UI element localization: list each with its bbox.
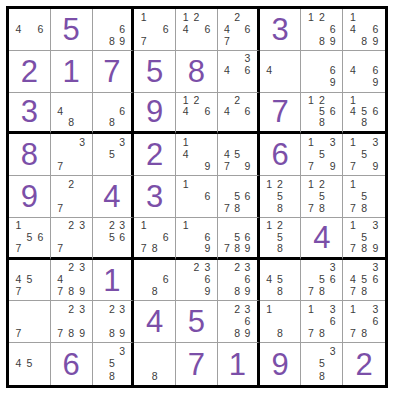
- candidate-5: 5: [232, 148, 242, 160]
- cell-r4c2[interactable]: 37: [51, 134, 93, 176]
- candidate-8: 8: [107, 370, 117, 382]
- candidate-6: 6: [242, 190, 252, 202]
- candidate-4: 4: [222, 148, 232, 160]
- cell-r5c6[interactable]: 5678: [218, 176, 260, 218]
- cell-r5c3[interactable]: 4: [93, 176, 135, 218]
- solved-digit: 7: [103, 56, 120, 87]
- candidate-1: 1: [347, 178, 358, 190]
- cell-r5c5[interactable]: 16: [176, 176, 218, 218]
- candidate-9: 9: [202, 286, 213, 298]
- candidate-6: 6: [327, 274, 338, 286]
- candidate-4: 4: [222, 65, 232, 77]
- candidate-5: 5: [275, 274, 286, 286]
- cell-r4c4[interactable]: 2: [134, 134, 176, 176]
- pencil-marks: 2369: [180, 262, 213, 298]
- candidate-3: 3: [117, 345, 127, 357]
- solved-digit: 5: [188, 306, 205, 337]
- candidate-3: 3: [242, 303, 252, 315]
- pencil-marks: 1678: [138, 220, 171, 254]
- pencil-marks: 13579: [347, 136, 381, 172]
- candidate-5: 5: [232, 190, 242, 202]
- pencil-marks: 12568: [305, 95, 338, 129]
- cell-r5c9[interactable]: 1578: [343, 176, 385, 218]
- candidate-1: 1: [347, 11, 358, 23]
- candidate-7: 7: [222, 35, 232, 47]
- candidate-7: 7: [13, 327, 24, 339]
- candidate-2: 2: [316, 95, 327, 106]
- candidate-6: 6: [242, 274, 252, 286]
- solved-digit: 9: [271, 349, 288, 380]
- cell-r4c7[interactable]: 6: [260, 134, 302, 176]
- pencil-marks: 358: [97, 345, 128, 382]
- candidate-8: 8: [358, 242, 369, 253]
- cell-r2c8[interactable]: 69: [301, 51, 343, 93]
- candidate-8: 8: [316, 117, 327, 128]
- candidate-4: 4: [264, 65, 275, 77]
- cell-r8c9[interactable]: 13678: [343, 301, 385, 343]
- candidate-2: 2: [275, 178, 286, 190]
- pencil-marks: 169: [180, 220, 213, 254]
- cell-r1c7[interactable]: 3: [260, 9, 302, 51]
- candidate-4: 4: [347, 106, 358, 117]
- candidate-6: 6: [242, 65, 252, 77]
- pencil-marks: 8: [138, 345, 171, 382]
- candidate-4: 4: [264, 274, 275, 286]
- solved-digit: 4: [313, 222, 330, 253]
- candidate-3: 3: [117, 303, 127, 315]
- cell-r9c5[interactable]: 7: [176, 343, 218, 385]
- candidate-4: 4: [13, 274, 24, 286]
- cell-r7c3[interactable]: 1: [93, 260, 135, 302]
- solved-digit: 2: [355, 349, 372, 380]
- candidate-7: 7: [222, 202, 232, 214]
- candidate-2: 2: [66, 303, 77, 315]
- candidate-8: 8: [232, 242, 242, 253]
- pencil-marks: 4: [264, 53, 297, 89]
- cell-r3c3[interactable]: 68: [93, 93, 135, 135]
- cell-r6c6[interactable]: 56789: [218, 218, 260, 260]
- solved-digit: 5: [63, 14, 80, 45]
- pencil-marks: 35: [97, 136, 128, 172]
- candidate-3: 3: [242, 262, 252, 274]
- cell-r7c5[interactable]: 2369: [176, 260, 218, 302]
- candidate-3: 3: [327, 303, 338, 315]
- pencil-marks: 48: [55, 95, 88, 129]
- candidate-6: 6: [370, 23, 381, 35]
- candidate-5: 5: [358, 190, 369, 202]
- pencil-marks: 7: [13, 303, 46, 339]
- pencil-marks: 12578: [305, 178, 338, 214]
- candidate-3: 3: [242, 53, 252, 65]
- cell-r7c9[interactable]: 345678: [343, 260, 385, 302]
- candidate-4: 4: [13, 357, 24, 369]
- candidate-1: 1: [347, 220, 358, 231]
- cell-r3c6[interactable]: 246: [218, 93, 260, 135]
- candidate-7: 7: [305, 160, 316, 172]
- candidate-8: 8: [358, 35, 369, 47]
- candidate-1: 1: [138, 220, 149, 231]
- candidate-6: 6: [160, 231, 171, 242]
- candidate-9: 9: [327, 160, 338, 172]
- pencil-marks: 2467: [222, 11, 253, 47]
- candidate-7: 7: [347, 327, 358, 339]
- cell-r3c2[interactable]: 48: [51, 93, 93, 135]
- cell-r5c4[interactable]: 3: [134, 176, 176, 218]
- candidate-5: 5: [275, 190, 286, 202]
- cell-r7c8[interactable]: 35678: [301, 260, 343, 302]
- cell-r4c9[interactable]: 13579: [343, 134, 385, 176]
- solved-digit: 3: [21, 96, 38, 127]
- candidate-6: 6: [35, 23, 46, 35]
- candidate-2: 2: [66, 178, 77, 190]
- candidate-2: 2: [66, 262, 77, 274]
- cell-r2c9[interactable]: 469: [343, 51, 385, 93]
- candidate-7: 7: [347, 242, 358, 253]
- cell-r4c1[interactable]: 8: [9, 134, 51, 176]
- candidate-8: 8: [358, 327, 369, 339]
- cell-r3c5[interactable]: 1246: [176, 93, 218, 135]
- solved-digit: 4: [146, 306, 163, 337]
- cell-r8c6[interactable]: 23689: [218, 301, 260, 343]
- candidate-2: 2: [107, 220, 117, 231]
- candidate-3: 3: [370, 303, 381, 315]
- pencil-marks: 345678: [347, 262, 381, 298]
- candidate-8: 8: [316, 370, 327, 382]
- cell-r1c1[interactable]: 46: [9, 9, 51, 51]
- pencil-marks: 1258: [264, 178, 297, 214]
- pencil-marks: 1246: [180, 95, 213, 129]
- candidate-3: 3: [327, 136, 338, 148]
- pencil-marks: 458: [264, 262, 297, 298]
- cell-r1c6[interactable]: 2467: [218, 9, 260, 51]
- cell-r2c4[interactable]: 5: [134, 51, 176, 93]
- candidate-6: 6: [242, 23, 252, 35]
- candidate-4: 4: [222, 23, 232, 35]
- candidate-8: 8: [66, 286, 77, 298]
- cell-r7c4[interactable]: 68: [134, 260, 176, 302]
- candidate-7: 7: [347, 286, 358, 298]
- cell-r6c1[interactable]: 1567: [9, 218, 51, 260]
- cell-r4c6[interactable]: 4579: [218, 134, 260, 176]
- cell-r4c5[interactable]: 149: [176, 134, 218, 176]
- pencil-marks: 1567: [13, 220, 46, 254]
- cell-r6c2[interactable]: 237: [51, 218, 93, 260]
- cell-r1c9[interactable]: 14689: [343, 9, 385, 51]
- candidate-9: 9: [202, 242, 213, 253]
- candidate-9: 9: [370, 35, 381, 47]
- cell-r2c7[interactable]: 4: [260, 51, 302, 93]
- candidate-7: 7: [55, 327, 66, 339]
- solved-digit: 1: [103, 265, 120, 296]
- cell-r7c2[interactable]: 234789: [51, 260, 93, 302]
- candidate-5: 5: [24, 274, 35, 286]
- candidate-9: 9: [77, 286, 88, 298]
- cell-r6c8[interactable]: 4: [301, 218, 343, 260]
- cell-r9c2[interactable]: 6: [51, 343, 93, 385]
- candidate-6: 6: [160, 274, 171, 286]
- candidate-6: 6: [117, 231, 127, 242]
- pencil-marks: 689: [97, 11, 128, 47]
- candidate-7: 7: [222, 242, 232, 253]
- candidate-1: 1: [347, 95, 358, 106]
- solved-digit: 9: [21, 181, 38, 212]
- candidate-6: 6: [117, 106, 127, 117]
- cell-r9c1[interactable]: 45: [9, 343, 51, 385]
- candidate-8: 8: [316, 286, 327, 298]
- pencil-marks: 23689: [222, 303, 253, 339]
- candidate-1: 1: [264, 178, 275, 190]
- candidate-2: 2: [275, 220, 286, 231]
- cell-r7c1[interactable]: 457: [9, 260, 51, 302]
- pencil-marks: 37: [55, 136, 88, 172]
- candidate-1: 1: [264, 303, 275, 315]
- pencil-marks: 13678: [305, 303, 338, 339]
- candidate-8: 8: [275, 286, 286, 298]
- candidate-7: 7: [138, 242, 149, 253]
- cell-r2c3[interactable]: 7: [93, 51, 135, 93]
- cell-r4c3[interactable]: 35: [93, 134, 135, 176]
- pencil-marks: 14689: [347, 11, 381, 47]
- candidate-5: 5: [358, 106, 369, 117]
- candidate-5: 5: [275, 231, 286, 242]
- candidate-8: 8: [358, 202, 369, 214]
- cell-r9c9[interactable]: 2: [343, 343, 385, 385]
- cell-r5c2[interactable]: 27: [51, 176, 93, 218]
- cell-r2c2[interactable]: 1: [51, 51, 93, 93]
- candidate-1: 1: [305, 178, 316, 190]
- solved-digit: 9: [146, 96, 163, 127]
- candidate-8: 8: [149, 370, 160, 382]
- pencil-marks: 16: [180, 178, 213, 214]
- cell-r9c7[interactable]: 9: [260, 343, 302, 385]
- candidate-9: 9: [77, 327, 88, 339]
- candidate-8: 8: [316, 35, 327, 47]
- candidate-9: 9: [327, 35, 338, 47]
- candidate-5: 5: [316, 190, 327, 202]
- candidate-9: 9: [202, 160, 213, 172]
- candidate-3: 3: [370, 220, 381, 231]
- candidate-8: 8: [316, 202, 327, 214]
- candidate-9: 9: [327, 77, 338, 89]
- candidate-7: 7: [55, 286, 66, 298]
- candidate-6: 6: [327, 106, 338, 117]
- cell-r8c7[interactable]: 18: [260, 301, 302, 343]
- candidate-1: 1: [347, 136, 358, 148]
- cell-r8c1[interactable]: 7: [9, 301, 51, 343]
- solved-digit: 3: [146, 181, 163, 212]
- candidate-6: 6: [370, 65, 381, 77]
- candidate-4: 4: [347, 23, 358, 35]
- candidate-2: 2: [232, 262, 242, 274]
- solved-digit: 2: [21, 56, 38, 87]
- candidate-1: 1: [305, 95, 316, 106]
- candidate-9: 9: [242, 160, 252, 172]
- candidate-3: 3: [327, 262, 338, 274]
- cell-r6c3[interactable]: 2356: [93, 218, 135, 260]
- candidate-1: 1: [180, 11, 191, 23]
- candidate-5: 5: [316, 274, 327, 286]
- cell-r3c4[interactable]: 9: [134, 93, 176, 135]
- cell-r4c8[interactable]: 13579: [301, 134, 343, 176]
- candidate-8: 8: [275, 327, 286, 339]
- candidate-9: 9: [370, 242, 381, 253]
- candidate-7: 7: [305, 327, 316, 339]
- cell-r2c1[interactable]: 2: [9, 51, 51, 93]
- solved-digit: 8: [188, 56, 205, 87]
- candidate-5: 5: [316, 106, 327, 117]
- candidate-7: 7: [13, 286, 24, 298]
- candidate-8: 8: [66, 117, 77, 128]
- cell-r6c9[interactable]: 135789: [343, 218, 385, 260]
- cell-r3c1[interactable]: 3: [9, 93, 51, 135]
- candidate-6: 6: [160, 23, 171, 35]
- candidate-5: 5: [107, 357, 117, 369]
- cell-r1c2[interactable]: 5: [51, 9, 93, 51]
- candidate-8: 8: [232, 286, 242, 298]
- pencil-marks: 68: [138, 262, 171, 298]
- candidate-1: 1: [138, 11, 149, 23]
- sudoku-board: 4656891671246246731268914689217583464694…: [6, 6, 388, 388]
- candidate-6: 6: [35, 231, 46, 242]
- cell-r3c9[interactable]: 14568: [343, 93, 385, 135]
- candidate-1: 1: [305, 136, 316, 148]
- candidate-1: 1: [180, 136, 191, 148]
- cell-r6c7[interactable]: 1258: [260, 218, 302, 260]
- cell-r5c1[interactable]: 9: [9, 176, 51, 218]
- candidate-7: 7: [55, 202, 66, 214]
- cell-r9c8[interactable]: 358: [301, 343, 343, 385]
- pencil-marks: 27: [55, 178, 88, 214]
- pencil-marks: 237: [55, 220, 88, 254]
- candidate-9: 9: [242, 242, 252, 253]
- candidate-6: 6: [117, 23, 127, 35]
- cell-r8c5[interactable]: 5: [176, 301, 218, 343]
- candidate-5: 5: [358, 148, 369, 160]
- pencil-marks: 14568: [347, 95, 381, 129]
- pencil-marks: 46: [13, 11, 46, 47]
- candidate-8: 8: [232, 202, 242, 214]
- candidate-8: 8: [275, 242, 286, 253]
- candidate-9: 9: [242, 286, 252, 298]
- candidate-5: 5: [316, 148, 327, 160]
- candidate-5: 5: [232, 231, 242, 242]
- cell-r2c5[interactable]: 8: [176, 51, 218, 93]
- cell-r9c4[interactable]: 8: [134, 343, 176, 385]
- pencil-marks: 56789: [222, 220, 253, 254]
- solved-digit: 4: [103, 181, 120, 212]
- pencil-marks: 2389: [97, 303, 128, 339]
- candidate-1: 1: [305, 303, 316, 315]
- candidate-2: 2: [232, 95, 242, 106]
- candidate-7: 7: [347, 160, 358, 172]
- candidate-3: 3: [370, 136, 381, 148]
- candidate-4: 4: [222, 106, 232, 117]
- cell-r1c3[interactable]: 689: [93, 9, 135, 51]
- candidate-9: 9: [117, 35, 127, 47]
- cell-r1c4[interactable]: 167: [134, 9, 176, 51]
- candidate-6: 6: [242, 231, 252, 242]
- candidate-8: 8: [232, 327, 242, 339]
- cell-r6c5[interactable]: 169: [176, 218, 218, 260]
- cell-r6c4[interactable]: 1678: [134, 218, 176, 260]
- candidate-1: 1: [13, 220, 24, 231]
- solved-digit: 7: [271, 96, 288, 127]
- candidate-6: 6: [202, 190, 213, 202]
- candidate-8: 8: [149, 286, 160, 298]
- cell-r9c6[interactable]: 1: [218, 343, 260, 385]
- candidate-4: 4: [55, 106, 66, 117]
- cell-r7c7[interactable]: 458: [260, 260, 302, 302]
- candidate-7: 7: [55, 160, 66, 172]
- candidate-1: 1: [264, 220, 275, 231]
- cell-r1c8[interactable]: 12689: [301, 9, 343, 51]
- pencil-marks: 35678: [305, 262, 338, 298]
- solved-digit: 6: [271, 139, 288, 170]
- cell-r3c8[interactable]: 12568: [301, 93, 343, 135]
- candidate-4: 4: [55, 274, 66, 286]
- candidate-6: 6: [370, 274, 381, 286]
- candidate-8: 8: [358, 117, 369, 128]
- cell-r9c3[interactable]: 358: [93, 343, 135, 385]
- pencil-marks: 358: [305, 345, 338, 382]
- pencil-marks: 13678: [347, 303, 381, 339]
- candidate-1: 1: [180, 178, 191, 190]
- candidate-3: 3: [117, 220, 127, 231]
- cell-r8c4[interactable]: 4: [134, 301, 176, 343]
- candidate-1: 1: [180, 220, 191, 231]
- candidate-5: 5: [107, 148, 117, 160]
- candidate-4: 4: [180, 148, 191, 160]
- cell-r8c2[interactable]: 23789: [51, 301, 93, 343]
- cell-r1c5[interactable]: 1246: [176, 9, 218, 51]
- candidate-3: 3: [77, 303, 88, 315]
- candidate-5: 5: [24, 231, 35, 242]
- candidate-6: 6: [370, 106, 381, 117]
- pencil-marks: 18: [264, 303, 297, 339]
- candidate-6: 6: [327, 23, 338, 35]
- pencil-marks: 2356: [97, 220, 128, 254]
- pencil-marks: 23789: [55, 303, 88, 339]
- solved-digit: 1: [229, 349, 246, 380]
- candidate-8: 8: [149, 242, 160, 253]
- candidate-2: 2: [191, 95, 202, 106]
- solved-digit: 2: [146, 139, 163, 170]
- candidate-3: 3: [117, 136, 127, 148]
- solved-digit: 5: [146, 56, 163, 87]
- candidate-8: 8: [275, 202, 286, 214]
- cell-r2c6[interactable]: 346: [218, 51, 260, 93]
- candidate-2: 2: [191, 262, 202, 274]
- cell-r7c6[interactable]: 23689: [218, 260, 260, 302]
- candidate-3: 3: [77, 136, 88, 148]
- candidate-6: 6: [370, 315, 381, 327]
- candidate-7: 7: [222, 160, 232, 172]
- candidate-8: 8: [107, 327, 117, 339]
- candidate-5: 5: [24, 357, 35, 369]
- candidate-6: 6: [202, 106, 213, 117]
- candidate-2: 2: [316, 11, 327, 23]
- candidate-3: 3: [77, 220, 88, 231]
- pencil-marks: 4579: [222, 136, 253, 172]
- cell-r5c7[interactable]: 1258: [260, 176, 302, 218]
- cell-r3c7[interactable]: 7: [260, 93, 302, 135]
- cell-r8c3[interactable]: 2389: [93, 301, 135, 343]
- candidate-8: 8: [107, 35, 117, 47]
- cell-r8c8[interactable]: 13678: [301, 301, 343, 343]
- candidate-6: 6: [327, 315, 338, 327]
- candidate-2: 2: [66, 220, 77, 231]
- cell-r5c8[interactable]: 12578: [301, 176, 343, 218]
